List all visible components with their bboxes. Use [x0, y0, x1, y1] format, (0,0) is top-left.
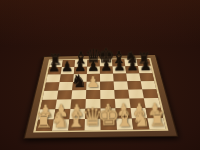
square-c5[interactable]: ♞ [72, 82, 86, 91]
square-f1[interactable]: ♝ [116, 118, 133, 129]
square-e7[interactable]: ♟ [100, 66, 113, 73]
board-tilt-wrapper: ♜♝♛♚♝♞♜♟♟♟♟♟♟♟♟♞♟♟♟♟♟♟♟♟♜♞♝♛♚♝♞♜ [0, 0, 200, 150]
square-h6[interactable] [139, 73, 154, 81]
square-b4[interactable] [57, 90, 72, 99]
square-g6[interactable] [126, 73, 141, 81]
square-f7[interactable]: ♟ [113, 66, 127, 73]
square-h4[interactable] [142, 89, 158, 98]
piece-black-knight-c5[interactable]: ♞ [71, 72, 87, 90]
piece-black-pawn-h7[interactable]: ♟ [139, 59, 152, 73]
piece-black-pawn-d7[interactable]: ♟ [87, 60, 100, 74]
square-f4[interactable] [114, 90, 129, 99]
square-e6[interactable] [100, 74, 114, 82]
square-g7[interactable]: ♟ [125, 66, 139, 73]
square-a7[interactable]: ♟ [48, 67, 62, 75]
square-a6[interactable] [46, 74, 61, 82]
board-maple-border: ♜♝♛♚♝♞♜♟♟♟♟♟♟♟♟♞♟♟♟♟♟♟♟♟♜♞♝♛♚♝♞♜ [33, 58, 168, 133]
square-d4[interactable] [86, 90, 100, 99]
board-grid: ♜♝♛♚♝♞♜♟♟♟♟♟♟♟♟♞♟♟♟♟♟♟♟♟♜♞♝♛♚♝♞♜ [36, 59, 166, 131]
square-d5[interactable]: ♟ [86, 82, 100, 91]
square-f6[interactable] [113, 74, 127, 82]
piece-black-pawn-g7[interactable]: ♟ [126, 59, 139, 73]
square-a5[interactable] [44, 82, 59, 91]
piece-black-pawn-f7[interactable]: ♟ [113, 59, 126, 73]
piece-white-rook-h1[interactable]: ♜ [148, 109, 166, 129]
piece-white-pawn-d5[interactable]: ♟ [86, 75, 100, 90]
square-e4[interactable] [100, 90, 115, 99]
square-h1[interactable]: ♜ [147, 118, 165, 129]
square-c4[interactable] [71, 90, 86, 99]
piece-black-pawn-e7[interactable]: ♟ [100, 60, 113, 74]
chess-board: ♜♝♛♚♝♞♜♟♟♟♟♟♟♟♟♞♟♟♟♟♟♟♟♟♜♞♝♛♚♝♞♜ [23, 55, 178, 139]
photo-background: ♜♝♛♚♝♞♜♟♟♟♟♟♟♟♟♞♟♟♟♟♟♟♟♟♜♞♝♛♚♝♞♜ [0, 0, 200, 150]
board-frame: ♜♝♛♚♝♞♜♟♟♟♟♟♟♟♟♞♟♟♟♟♟♟♟♟♜♞♝♛♚♝♞♜ [23, 55, 178, 139]
square-e5[interactable] [100, 81, 114, 90]
square-g1[interactable]: ♞ [132, 118, 150, 129]
square-a4[interactable] [42, 91, 58, 100]
square-f5[interactable] [114, 81, 129, 90]
square-h7[interactable]: ♟ [138, 66, 152, 73]
square-h5[interactable] [141, 81, 157, 90]
piece-black-pawn-a7[interactable]: ♟ [48, 60, 61, 74]
